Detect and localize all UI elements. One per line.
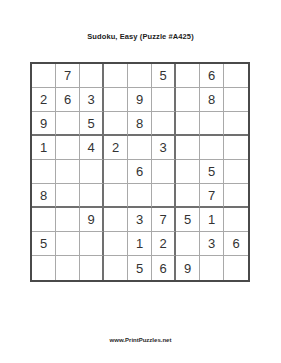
cell-r7c9 — [224, 208, 248, 232]
cell-r3c3: 5 — [80, 112, 104, 136]
cell-r6c8: 7 — [200, 184, 224, 208]
cell-r5c5: 6 — [128, 160, 152, 184]
cell-r5c2 — [56, 160, 80, 184]
cell-r5c8: 5 — [200, 160, 224, 184]
cell-r3c2 — [56, 112, 80, 136]
cell-r4c9 — [224, 136, 248, 160]
cell-r5c3 — [80, 160, 104, 184]
cell-r9c6: 6 — [152, 256, 176, 280]
cell-r5c7 — [176, 160, 200, 184]
sudoku-page: Sudoku, Easy (Puzzle #A425) 756263989581… — [0, 0, 281, 363]
cell-r6c2 — [56, 184, 80, 208]
cell-r1c9 — [224, 64, 248, 88]
cell-r9c2 — [56, 256, 80, 280]
cell-r7c4 — [104, 208, 128, 232]
cell-r3c6 — [152, 112, 176, 136]
cell-r6c7 — [176, 184, 200, 208]
cell-r9c8 — [200, 256, 224, 280]
cell-r4c6: 3 — [152, 136, 176, 160]
cell-r7c2 — [56, 208, 80, 232]
cell-r8c2 — [56, 232, 80, 256]
cell-r3c9 — [224, 112, 248, 136]
cell-r8c8: 3 — [200, 232, 224, 256]
cell-r9c4 — [104, 256, 128, 280]
cell-r5c1 — [32, 160, 56, 184]
cell-r7c8: 1 — [200, 208, 224, 232]
cell-r7c7: 5 — [176, 208, 200, 232]
cell-r3c5: 8 — [128, 112, 152, 136]
cell-r4c3: 4 — [80, 136, 104, 160]
cell-r2c8: 8 — [200, 88, 224, 112]
cell-r7c3: 9 — [80, 208, 104, 232]
cell-r2c2: 6 — [56, 88, 80, 112]
cell-r2c6 — [152, 88, 176, 112]
cell-r9c5: 5 — [128, 256, 152, 280]
cell-r5c4 — [104, 160, 128, 184]
cell-r4c7 — [176, 136, 200, 160]
cell-r4c8 — [200, 136, 224, 160]
cell-r1c4 — [104, 64, 128, 88]
cell-r5c6 — [152, 160, 176, 184]
cell-r2c5: 9 — [128, 88, 152, 112]
cell-r3c1: 9 — [32, 112, 56, 136]
cell-r2c4 — [104, 88, 128, 112]
cell-r7c1 — [32, 208, 56, 232]
cell-r4c2 — [56, 136, 80, 160]
cell-r5c9 — [224, 160, 248, 184]
cell-r1c3 — [80, 64, 104, 88]
cell-r9c7: 9 — [176, 256, 200, 280]
cell-r1c7 — [176, 64, 200, 88]
cell-r6c4 — [104, 184, 128, 208]
cell-r4c1: 1 — [32, 136, 56, 160]
cell-r8c7 — [176, 232, 200, 256]
cell-r8c3 — [80, 232, 104, 256]
cell-r6c3 — [80, 184, 104, 208]
cell-r6c9 — [224, 184, 248, 208]
cell-r8c1: 5 — [32, 232, 56, 256]
footer-url: www.PrintPuzzles.net — [0, 337, 281, 343]
cell-r9c3 — [80, 256, 104, 280]
cell-r9c1 — [32, 256, 56, 280]
cell-r7c5: 3 — [128, 208, 152, 232]
cell-r1c8: 6 — [200, 64, 224, 88]
cell-r8c4 — [104, 232, 128, 256]
cell-r8c6: 2 — [152, 232, 176, 256]
cell-r7c6: 7 — [152, 208, 176, 232]
cell-r6c6 — [152, 184, 176, 208]
cell-r8c9: 6 — [224, 232, 248, 256]
cell-r1c5 — [128, 64, 152, 88]
cell-r8c5: 1 — [128, 232, 152, 256]
cell-r3c8 — [200, 112, 224, 136]
sudoku-board: 75626398958142365879375151236569 — [30, 62, 250, 282]
cell-r1c2: 7 — [56, 64, 80, 88]
cell-r4c5 — [128, 136, 152, 160]
cell-r2c9 — [224, 88, 248, 112]
cell-r9c9 — [224, 256, 248, 280]
cell-r1c1 — [32, 64, 56, 88]
cell-r6c1: 8 — [32, 184, 56, 208]
cell-r2c7 — [176, 88, 200, 112]
cell-r2c3: 3 — [80, 88, 104, 112]
cell-r3c7 — [176, 112, 200, 136]
cell-r6c5 — [128, 184, 152, 208]
cell-r4c4: 2 — [104, 136, 128, 160]
cell-r3c4 — [104, 112, 128, 136]
puzzle-title: Sudoku, Easy (Puzzle #A425) — [0, 32, 281, 41]
cell-r2c1: 2 — [32, 88, 56, 112]
cell-r1c6: 5 — [152, 64, 176, 88]
